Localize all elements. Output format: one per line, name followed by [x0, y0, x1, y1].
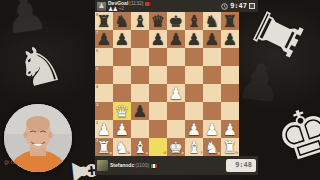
white-pawn: ♟: [113, 120, 131, 138]
white-pawn: ♟: [185, 120, 203, 138]
rank-label: 8: [96, 13, 98, 17]
square-h3[interactable]: [221, 102, 239, 120]
square-c5[interactable]: [131, 66, 149, 84]
player-rating-bottom: (1100): [135, 163, 149, 168]
rank-label: 4: [96, 85, 98, 89]
material-advantage: +2: [119, 7, 124, 11]
captured-pieces: ♟♟: [108, 7, 117, 11]
square-c3[interactable]: ♟: [131, 102, 149, 120]
square-c6[interactable]: [131, 48, 149, 66]
black-pawn: ♟: [221, 30, 239, 48]
white-queen: ♛: [113, 102, 131, 120]
clock-white-active: 9:48: [226, 159, 256, 172]
black-pawn: ♟: [113, 30, 131, 48]
square-h5[interactable]: [221, 66, 239, 84]
square-f4[interactable]: [185, 84, 203, 102]
square-e1[interactable]: ♚e: [167, 138, 185, 156]
avatar[interactable]: ♟: [97, 2, 106, 11]
square-h8[interactable]: ♜: [221, 12, 239, 30]
country-flag-icon: [151, 164, 157, 168]
square-f2[interactable]: ♟: [185, 120, 203, 138]
square-g4[interactable]: [203, 84, 221, 102]
white-pawn: ♟: [167, 84, 185, 102]
square-d8[interactable]: ♛: [149, 12, 167, 30]
square-c8[interactable]: ♝: [131, 12, 149, 30]
black-queen: ♛: [149, 12, 167, 30]
square-f5[interactable]: [185, 66, 203, 84]
file-label: g: [218, 151, 220, 155]
black-knight: ♞: [203, 12, 221, 30]
channel-watermark: @ foctokke: [4, 159, 31, 165]
square-d4[interactable]: [149, 84, 167, 102]
square-g1[interactable]: ♞g: [203, 138, 221, 156]
black-king: ♚: [167, 12, 185, 30]
background-piece-white-knight-left: ♞: [10, 35, 68, 97]
black-pawn: ♟: [167, 30, 185, 48]
square-e5[interactable]: [167, 66, 185, 84]
file-label: a: [110, 151, 112, 155]
square-d7[interactable]: ♟: [149, 30, 167, 48]
square-a2[interactable]: ♟2: [95, 120, 113, 138]
square-b2[interactable]: ♟: [113, 120, 131, 138]
square-a6[interactable]: 6: [95, 48, 113, 66]
square-h7[interactable]: ♟: [221, 30, 239, 48]
square-h6[interactable]: [221, 48, 239, 66]
black-bishop: ♝: [185, 12, 203, 30]
square-d5[interactable]: [149, 66, 167, 84]
square-f6[interactable]: [185, 48, 203, 66]
file-label: b: [128, 151, 130, 155]
file-label: d: [164, 151, 166, 155]
square-b1[interactable]: ♞b: [113, 138, 131, 156]
rank-label: 6: [96, 49, 98, 53]
square-b7[interactable]: ♟: [113, 30, 131, 48]
black-pawn: ♟: [149, 30, 167, 48]
square-b8[interactable]: ♞: [113, 12, 131, 30]
square-a7[interactable]: ♟7: [95, 30, 113, 48]
square-e3[interactable]: [167, 102, 185, 120]
square-f7[interactable]: ♟: [185, 30, 203, 48]
square-b4[interactable]: [113, 84, 131, 102]
white-pawn: ♟: [221, 120, 239, 138]
black-rook: ♜: [221, 12, 239, 30]
black-pawn: ♟: [131, 102, 149, 120]
square-g3[interactable]: [203, 102, 221, 120]
file-label: c: [146, 151, 148, 155]
file-label: f: [201, 151, 202, 155]
rank-label: 7: [96, 31, 98, 35]
stream-frame: ♟♞♜♟♚♝ ♟ DevGoal (1132) ♟♟ +2 9:47 ♜8♞♝♛…: [0, 0, 320, 180]
player-rating-top: (1132): [129, 1, 143, 6]
rank-label: 3: [96, 103, 98, 107]
square-f1[interactable]: ♝f: [185, 138, 203, 156]
square-a1[interactable]: ♜1a: [95, 138, 113, 156]
square-g5[interactable]: [203, 66, 221, 84]
square-a3[interactable]: 3: [95, 102, 113, 120]
country-flag-icon: [145, 2, 151, 6]
file-label: e: [182, 151, 184, 155]
black-pawn: ♟: [203, 30, 221, 48]
square-h1[interactable]: ♜h: [221, 138, 239, 156]
square-g7[interactable]: ♟: [203, 30, 221, 48]
square-g8[interactable]: ♞: [203, 12, 221, 30]
black-pawn: ♟: [185, 30, 203, 48]
expand-icon[interactable]: [249, 3, 255, 9]
background-piece-black-pawn-right: ♟: [236, 56, 284, 108]
rank-label: 2: [96, 121, 98, 125]
square-c4[interactable]: [131, 84, 149, 102]
rank-label: 1: [96, 139, 98, 143]
square-b6[interactable]: [113, 48, 131, 66]
square-e8[interactable]: ♚: [167, 12, 185, 30]
rank-label: 5: [96, 67, 98, 71]
square-c7[interactable]: [131, 30, 149, 48]
bottom-player-bar: Stefanodc (1100) 9:48: [95, 156, 258, 175]
square-d2[interactable]: [149, 120, 167, 138]
top-player-bar: ♟ DevGoal (1132) ♟♟ +2 9:47: [95, 0, 258, 12]
background-piece-white-king-bottom-right: ♚: [268, 95, 320, 174]
square-c1[interactable]: ♝c: [131, 138, 149, 156]
square-a8[interactable]: ♜8: [95, 12, 113, 30]
square-g2[interactable]: ♟: [203, 120, 221, 138]
square-b5[interactable]: [113, 66, 131, 84]
square-g6[interactable]: [203, 48, 221, 66]
clock-black: 9:47: [230, 2, 247, 10]
square-a4[interactable]: 4: [95, 84, 113, 102]
square-d3[interactable]: [149, 102, 167, 120]
square-d6[interactable]: [149, 48, 167, 66]
player-name-bottom[interactable]: Stefanodc: [110, 163, 134, 168]
clock-icon: [221, 3, 228, 10]
square-f8[interactable]: ♝: [185, 12, 203, 30]
square-h4[interactable]: [221, 84, 239, 102]
file-label: h: [236, 151, 238, 155]
square-e6[interactable]: [167, 48, 185, 66]
square-b3[interactable]: ♛: [113, 102, 131, 120]
square-c2[interactable]: [131, 120, 149, 138]
square-a5[interactable]: 5: [95, 66, 113, 84]
black-bishop: ♝: [131, 12, 149, 30]
square-d1[interactable]: d: [149, 138, 167, 156]
white-pawn: ♟: [203, 120, 221, 138]
black-knight: ♞: [113, 12, 131, 30]
chess-board: ♜8♞♝♛♚♝♞♜♟7♟♟♟♟♟♟654♟3♛♟♟2♟♟♟♟♜1a♞b♝cd♚e…: [95, 12, 239, 156]
square-e4[interactable]: ♟: [167, 84, 185, 102]
square-h2[interactable]: ♟: [221, 120, 239, 138]
square-e2[interactable]: [167, 120, 185, 138]
avatar[interactable]: [97, 160, 108, 171]
square-f3[interactable]: [185, 102, 203, 120]
square-e7[interactable]: ♟: [167, 30, 185, 48]
